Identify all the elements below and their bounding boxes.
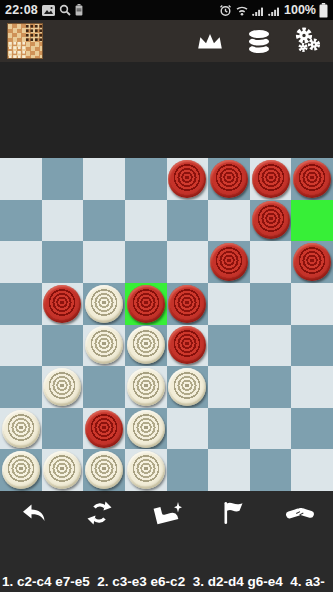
square-g3[interactable] <box>250 366 292 408</box>
white-piece-d1[interactable] <box>127 451 165 489</box>
red-piece-e4[interactable] <box>168 326 206 364</box>
square-c2[interactable] <box>83 408 125 450</box>
square-h5[interactable] <box>291 283 333 325</box>
square-g2[interactable] <box>250 408 292 450</box>
status-bar: 22:08 100% <box>0 0 333 20</box>
red-piece-h8[interactable] <box>293 160 331 198</box>
square-b7[interactable] <box>42 200 84 242</box>
red-piece-c2[interactable] <box>85 410 123 448</box>
square-c3[interactable] <box>83 366 125 408</box>
alarm-icon <box>219 4 232 17</box>
bottom-panel: 1. c2-c4 e7-e5 2. c3-e3 e6-c2 3. d2-d4 g… <box>0 491 333 592</box>
empty-area <box>0 62 333 158</box>
square-h6[interactable] <box>291 241 333 283</box>
red-piece-b5[interactable] <box>43 285 81 323</box>
square-g7[interactable] <box>250 200 292 242</box>
image-icon <box>42 5 55 16</box>
red-piece-e8[interactable] <box>168 160 206 198</box>
action-bar <box>0 491 333 531</box>
square-e7[interactable] <box>167 200 209 242</box>
square-b8[interactable] <box>42 158 84 200</box>
app-window: 22:08 100% <box>0 0 333 592</box>
clock-time: 22:08 <box>5 3 38 17</box>
white-piece-d3[interactable] <box>127 368 165 406</box>
square-g4[interactable] <box>250 325 292 367</box>
square-e5[interactable] <box>167 283 209 325</box>
square-b1[interactable] <box>42 449 84 491</box>
red-piece-f6[interactable] <box>210 243 248 281</box>
square-e1[interactable] <box>167 449 209 491</box>
coins-icon[interactable] <box>246 26 272 56</box>
square-f1[interactable] <box>208 449 250 491</box>
battery-percent: 100% <box>284 3 316 17</box>
square-b6[interactable] <box>42 241 84 283</box>
square-g6[interactable] <box>250 241 292 283</box>
white-piece-b1[interactable] <box>43 451 81 489</box>
square-b4[interactable] <box>42 325 84 367</box>
white-piece-c1[interactable] <box>85 451 123 489</box>
battery-app-icon <box>75 4 83 16</box>
square-f5[interactable] <box>208 283 250 325</box>
square-e3[interactable] <box>167 366 209 408</box>
red-piece-h6[interactable] <box>293 243 331 281</box>
white-piece-a2[interactable] <box>2 410 40 448</box>
square-h7[interactable] <box>291 200 333 242</box>
white-piece-b3[interactable] <box>43 368 81 406</box>
square-e6[interactable] <box>167 241 209 283</box>
white-piece-c5[interactable] <box>85 285 123 323</box>
square-h8[interactable] <box>291 158 333 200</box>
square-c5[interactable] <box>83 283 125 325</box>
square-g8[interactable] <box>250 158 292 200</box>
white-piece-a1[interactable] <box>2 451 40 489</box>
square-d4[interactable] <box>125 325 167 367</box>
white-piece-c4[interactable] <box>85 326 123 364</box>
kick-boot-icon[interactable] <box>144 497 188 529</box>
red-piece-e5[interactable] <box>168 285 206 323</box>
square-c4[interactable] <box>83 325 125 367</box>
square-c6[interactable] <box>83 241 125 283</box>
square-f6[interactable] <box>208 241 250 283</box>
square-f2[interactable] <box>208 408 250 450</box>
app-toolbar <box>0 20 333 62</box>
move-list: 1. c2-c4 e7-e5 2. c3-e3 e6-c2 3. d2-d4 g… <box>0 531 333 592</box>
square-f7[interactable] <box>208 200 250 242</box>
resign-flag-icon[interactable] <box>211 497 255 529</box>
square-a7[interactable] <box>0 200 42 242</box>
settings-gears-icon[interactable] <box>293 26 323 56</box>
square-a1[interactable] <box>0 449 42 491</box>
square-f4[interactable] <box>208 325 250 367</box>
red-piece-d5[interactable] <box>127 285 165 323</box>
square-a8[interactable] <box>0 158 42 200</box>
signal-icon <box>268 5 281 16</box>
square-e8[interactable] <box>167 158 209 200</box>
square-d6[interactable] <box>125 241 167 283</box>
square-d8[interactable] <box>125 158 167 200</box>
square-f8[interactable] <box>208 158 250 200</box>
crown-icon[interactable] <box>195 30 225 52</box>
square-h2[interactable] <box>291 408 333 450</box>
square-c7[interactable] <box>83 200 125 242</box>
battery-icon <box>319 3 328 18</box>
wifi-icon <box>235 5 249 16</box>
square-f3[interactable] <box>208 366 250 408</box>
red-piece-g7[interactable] <box>252 201 290 239</box>
square-g5[interactable] <box>250 283 292 325</box>
square-h4[interactable] <box>291 325 333 367</box>
board[interactable] <box>0 158 333 491</box>
square-d1[interactable] <box>125 449 167 491</box>
red-piece-f8[interactable] <box>210 160 248 198</box>
move-list-line: 1. c2-c4 e7-e5 2. c3-e3 e6-c2 3. d2-d4 g… <box>2 572 331 592</box>
square-b3[interactable] <box>42 366 84 408</box>
handshake-icon[interactable] <box>278 497 322 529</box>
square-b5[interactable] <box>42 283 84 325</box>
square-a3[interactable] <box>0 366 42 408</box>
white-piece-d2[interactable] <box>127 410 165 448</box>
square-d7[interactable] <box>125 200 167 242</box>
square-h3[interactable] <box>291 366 333 408</box>
red-piece-g8[interactable] <box>252 160 290 198</box>
square-d3[interactable] <box>125 366 167 408</box>
square-a2[interactable] <box>0 408 42 450</box>
undo-icon[interactable] <box>11 497 55 529</box>
square-h1[interactable] <box>291 449 333 491</box>
signal-icon <box>252 5 265 16</box>
white-piece-d4[interactable] <box>127 326 165 364</box>
square-a5[interactable] <box>0 283 42 325</box>
search-icon <box>59 4 71 16</box>
white-piece-e3[interactable] <box>168 368 206 406</box>
square-d2[interactable] <box>125 408 167 450</box>
square-b2[interactable] <box>42 408 84 450</box>
app-logo-corners-board <box>7 23 43 59</box>
square-c8[interactable] <box>83 158 125 200</box>
square-a6[interactable] <box>0 241 42 283</box>
restart-icon[interactable] <box>78 497 122 529</box>
square-c1[interactable] <box>83 449 125 491</box>
square-a4[interactable] <box>0 325 42 367</box>
square-e4[interactable] <box>167 325 209 367</box>
square-d5[interactable] <box>125 283 167 325</box>
square-g1[interactable] <box>250 449 292 491</box>
square-e2[interactable] <box>167 408 209 450</box>
